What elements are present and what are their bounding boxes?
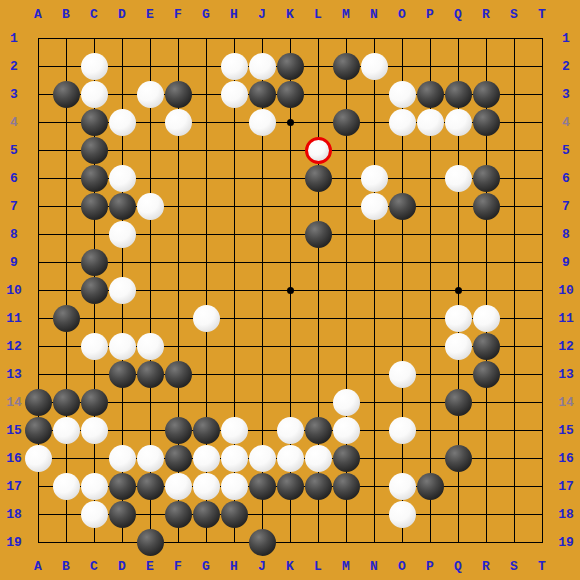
point-O2[interactable] xyxy=(388,52,416,80)
point-R3[interactable] xyxy=(472,80,500,108)
point-S13[interactable] xyxy=(500,360,528,388)
point-G9[interactable] xyxy=(192,248,220,276)
point-P6[interactable] xyxy=(416,164,444,192)
point-A17[interactable] xyxy=(24,472,52,500)
point-L18[interactable] xyxy=(304,500,332,528)
point-S4[interactable] xyxy=(500,108,528,136)
point-A1[interactable] xyxy=(24,24,52,52)
point-H12[interactable] xyxy=(220,332,248,360)
point-E5[interactable] xyxy=(136,136,164,164)
point-D15[interactable] xyxy=(108,416,136,444)
point-O15[interactable] xyxy=(388,416,416,444)
point-S17[interactable] xyxy=(500,472,528,500)
point-S6[interactable] xyxy=(500,164,528,192)
point-A16[interactable] xyxy=(24,444,52,472)
point-T4[interactable] xyxy=(528,108,556,136)
point-J13[interactable] xyxy=(248,360,276,388)
point-E8[interactable] xyxy=(136,220,164,248)
point-A4[interactable] xyxy=(24,108,52,136)
point-A11[interactable] xyxy=(24,304,52,332)
point-K16[interactable] xyxy=(276,444,304,472)
point-S14[interactable] xyxy=(500,388,528,416)
point-C1[interactable] xyxy=(80,24,108,52)
point-P1[interactable] xyxy=(416,24,444,52)
point-F2[interactable] xyxy=(164,52,192,80)
point-L7[interactable] xyxy=(304,192,332,220)
point-F13[interactable] xyxy=(164,360,192,388)
point-K19[interactable] xyxy=(276,528,304,556)
point-S19[interactable] xyxy=(500,528,528,556)
point-N16[interactable] xyxy=(360,444,388,472)
point-C3[interactable] xyxy=(80,80,108,108)
point-L14[interactable] xyxy=(304,388,332,416)
point-P15[interactable] xyxy=(416,416,444,444)
point-F1[interactable] xyxy=(164,24,192,52)
point-R18[interactable] xyxy=(472,500,500,528)
point-Q5[interactable] xyxy=(444,136,472,164)
point-M13[interactable] xyxy=(332,360,360,388)
point-M7[interactable] xyxy=(332,192,360,220)
point-Q17[interactable] xyxy=(444,472,472,500)
point-O10[interactable] xyxy=(388,276,416,304)
point-M12[interactable] xyxy=(332,332,360,360)
point-T3[interactable] xyxy=(528,80,556,108)
point-K14[interactable] xyxy=(276,388,304,416)
point-C10[interactable] xyxy=(80,276,108,304)
point-G2[interactable] xyxy=(192,52,220,80)
point-E4[interactable] xyxy=(136,108,164,136)
point-E18[interactable] xyxy=(136,500,164,528)
point-S16[interactable] xyxy=(500,444,528,472)
point-G10[interactable] xyxy=(192,276,220,304)
point-A19[interactable] xyxy=(24,528,52,556)
point-H2[interactable] xyxy=(220,52,248,80)
point-T1[interactable] xyxy=(528,24,556,52)
point-K13[interactable] xyxy=(276,360,304,388)
point-R4[interactable] xyxy=(472,108,500,136)
point-A13[interactable] xyxy=(24,360,52,388)
point-M17[interactable] xyxy=(332,472,360,500)
point-O1[interactable] xyxy=(388,24,416,52)
point-Q1[interactable] xyxy=(444,24,472,52)
point-M15[interactable] xyxy=(332,416,360,444)
point-A2[interactable] xyxy=(24,52,52,80)
point-D17[interactable] xyxy=(108,472,136,500)
point-O12[interactable] xyxy=(388,332,416,360)
point-K5[interactable] xyxy=(276,136,304,164)
point-N5[interactable] xyxy=(360,136,388,164)
point-R14[interactable] xyxy=(472,388,500,416)
point-M6[interactable] xyxy=(332,164,360,192)
point-D4[interactable] xyxy=(108,108,136,136)
point-F8[interactable] xyxy=(164,220,192,248)
point-F7[interactable] xyxy=(164,192,192,220)
point-B2[interactable] xyxy=(52,52,80,80)
point-L1[interactable] xyxy=(304,24,332,52)
point-B19[interactable] xyxy=(52,528,80,556)
point-J6[interactable] xyxy=(248,164,276,192)
point-J8[interactable] xyxy=(248,220,276,248)
point-H3[interactable] xyxy=(220,80,248,108)
point-M11[interactable] xyxy=(332,304,360,332)
point-E14[interactable] xyxy=(136,388,164,416)
point-K7[interactable] xyxy=(276,192,304,220)
point-O4[interactable] xyxy=(388,108,416,136)
point-H4[interactable] xyxy=(220,108,248,136)
point-J2[interactable] xyxy=(248,52,276,80)
point-B15[interactable] xyxy=(52,416,80,444)
point-E12[interactable] xyxy=(136,332,164,360)
point-R7[interactable] xyxy=(472,192,500,220)
point-N19[interactable] xyxy=(360,528,388,556)
point-G16[interactable] xyxy=(192,444,220,472)
point-R12[interactable] xyxy=(472,332,500,360)
point-F16[interactable] xyxy=(164,444,192,472)
point-Q8[interactable] xyxy=(444,220,472,248)
point-F17[interactable] xyxy=(164,472,192,500)
point-Q2[interactable] xyxy=(444,52,472,80)
point-G7[interactable] xyxy=(192,192,220,220)
point-D9[interactable] xyxy=(108,248,136,276)
point-N1[interactable] xyxy=(360,24,388,52)
point-N13[interactable] xyxy=(360,360,388,388)
point-T13[interactable] xyxy=(528,360,556,388)
point-L10[interactable] xyxy=(304,276,332,304)
point-D3[interactable] xyxy=(108,80,136,108)
point-J1[interactable] xyxy=(248,24,276,52)
point-S8[interactable] xyxy=(500,220,528,248)
point-F5[interactable] xyxy=(164,136,192,164)
point-N17[interactable] xyxy=(360,472,388,500)
point-G15[interactable] xyxy=(192,416,220,444)
point-M16[interactable] xyxy=(332,444,360,472)
point-M2[interactable] xyxy=(332,52,360,80)
point-F18[interactable] xyxy=(164,500,192,528)
point-S3[interactable] xyxy=(500,80,528,108)
point-K9[interactable] xyxy=(276,248,304,276)
point-N15[interactable] xyxy=(360,416,388,444)
point-R13[interactable] xyxy=(472,360,500,388)
point-H8[interactable] xyxy=(220,220,248,248)
point-T15[interactable] xyxy=(528,416,556,444)
point-K8[interactable] xyxy=(276,220,304,248)
point-D12[interactable] xyxy=(108,332,136,360)
point-N14[interactable] xyxy=(360,388,388,416)
point-L17[interactable] xyxy=(304,472,332,500)
point-R1[interactable] xyxy=(472,24,500,52)
point-C15[interactable] xyxy=(80,416,108,444)
point-B5[interactable] xyxy=(52,136,80,164)
point-F3[interactable] xyxy=(164,80,192,108)
point-H16[interactable] xyxy=(220,444,248,472)
point-S9[interactable] xyxy=(500,248,528,276)
point-Q7[interactable] xyxy=(444,192,472,220)
point-A8[interactable] xyxy=(24,220,52,248)
point-Q4[interactable] xyxy=(444,108,472,136)
point-G5[interactable] xyxy=(192,136,220,164)
point-O17[interactable] xyxy=(388,472,416,500)
point-L6[interactable] xyxy=(304,164,332,192)
point-P4[interactable] xyxy=(416,108,444,136)
point-L11[interactable] xyxy=(304,304,332,332)
point-R16[interactable] xyxy=(472,444,500,472)
point-K17[interactable] xyxy=(276,472,304,500)
point-J14[interactable] xyxy=(248,388,276,416)
point-K11[interactable] xyxy=(276,304,304,332)
point-A5[interactable] xyxy=(24,136,52,164)
point-L4[interactable] xyxy=(304,108,332,136)
point-C14[interactable] xyxy=(80,388,108,416)
point-Q15[interactable] xyxy=(444,416,472,444)
point-S2[interactable] xyxy=(500,52,528,80)
point-M4[interactable] xyxy=(332,108,360,136)
point-O14[interactable] xyxy=(388,388,416,416)
point-J10[interactable] xyxy=(248,276,276,304)
point-Q10[interactable] xyxy=(444,276,472,304)
point-H15[interactable] xyxy=(220,416,248,444)
point-O8[interactable] xyxy=(388,220,416,248)
point-F4[interactable] xyxy=(164,108,192,136)
point-O11[interactable] xyxy=(388,304,416,332)
point-N10[interactable] xyxy=(360,276,388,304)
point-J9[interactable] xyxy=(248,248,276,276)
point-J12[interactable] xyxy=(248,332,276,360)
point-D5[interactable] xyxy=(108,136,136,164)
point-B9[interactable] xyxy=(52,248,80,276)
point-A14[interactable] xyxy=(24,388,52,416)
point-O5[interactable] xyxy=(388,136,416,164)
point-D2[interactable] xyxy=(108,52,136,80)
point-C17[interactable] xyxy=(80,472,108,500)
point-S11[interactable] xyxy=(500,304,528,332)
point-Q18[interactable] xyxy=(444,500,472,528)
point-S1[interactable] xyxy=(500,24,528,52)
point-H19[interactable] xyxy=(220,528,248,556)
point-L9[interactable] xyxy=(304,248,332,276)
point-H6[interactable] xyxy=(220,164,248,192)
point-D14[interactable] xyxy=(108,388,136,416)
point-A6[interactable] xyxy=(24,164,52,192)
point-E19[interactable] xyxy=(136,528,164,556)
point-N18[interactable] xyxy=(360,500,388,528)
point-B16[interactable] xyxy=(52,444,80,472)
point-K15[interactable] xyxy=(276,416,304,444)
point-P5[interactable] xyxy=(416,136,444,164)
point-P12[interactable] xyxy=(416,332,444,360)
point-J4[interactable] xyxy=(248,108,276,136)
point-D16[interactable] xyxy=(108,444,136,472)
point-F14[interactable] xyxy=(164,388,192,416)
point-B14[interactable] xyxy=(52,388,80,416)
point-H11[interactable] xyxy=(220,304,248,332)
point-K12[interactable] xyxy=(276,332,304,360)
point-J3[interactable] xyxy=(248,80,276,108)
point-N9[interactable] xyxy=(360,248,388,276)
point-D13[interactable] xyxy=(108,360,136,388)
point-Q19[interactable] xyxy=(444,528,472,556)
point-G18[interactable] xyxy=(192,500,220,528)
point-R5[interactable] xyxy=(472,136,500,164)
point-B17[interactable] xyxy=(52,472,80,500)
point-F6[interactable] xyxy=(164,164,192,192)
point-M18[interactable] xyxy=(332,500,360,528)
point-A10[interactable] xyxy=(24,276,52,304)
point-M3[interactable] xyxy=(332,80,360,108)
point-L2[interactable] xyxy=(304,52,332,80)
point-P18[interactable] xyxy=(416,500,444,528)
point-N8[interactable] xyxy=(360,220,388,248)
point-T9[interactable] xyxy=(528,248,556,276)
point-R9[interactable] xyxy=(472,248,500,276)
point-E1[interactable] xyxy=(136,24,164,52)
point-T2[interactable] xyxy=(528,52,556,80)
point-Q6[interactable] xyxy=(444,164,472,192)
point-T10[interactable] xyxy=(528,276,556,304)
point-S7[interactable] xyxy=(500,192,528,220)
point-Q11[interactable] xyxy=(444,304,472,332)
point-F19[interactable] xyxy=(164,528,192,556)
point-G4[interactable] xyxy=(192,108,220,136)
point-D11[interactable] xyxy=(108,304,136,332)
point-K6[interactable] xyxy=(276,164,304,192)
point-B18[interactable] xyxy=(52,500,80,528)
point-N2[interactable] xyxy=(360,52,388,80)
point-D10[interactable] xyxy=(108,276,136,304)
point-M9[interactable] xyxy=(332,248,360,276)
point-R10[interactable] xyxy=(472,276,500,304)
point-O3[interactable] xyxy=(388,80,416,108)
point-J18[interactable] xyxy=(248,500,276,528)
point-Q14[interactable] xyxy=(444,388,472,416)
point-M19[interactable] xyxy=(332,528,360,556)
point-E7[interactable] xyxy=(136,192,164,220)
point-D6[interactable] xyxy=(108,164,136,192)
point-N3[interactable] xyxy=(360,80,388,108)
point-G3[interactable] xyxy=(192,80,220,108)
point-K4[interactable] xyxy=(276,108,304,136)
point-B13[interactable] xyxy=(52,360,80,388)
point-C5[interactable] xyxy=(80,136,108,164)
point-L15[interactable] xyxy=(304,416,332,444)
point-K18[interactable] xyxy=(276,500,304,528)
point-G8[interactable] xyxy=(192,220,220,248)
point-M8[interactable] xyxy=(332,220,360,248)
point-B6[interactable] xyxy=(52,164,80,192)
point-T19[interactable] xyxy=(528,528,556,556)
point-P7[interactable] xyxy=(416,192,444,220)
point-G11[interactable] xyxy=(192,304,220,332)
point-C4[interactable] xyxy=(80,108,108,136)
point-A12[interactable] xyxy=(24,332,52,360)
point-A7[interactable] xyxy=(24,192,52,220)
point-R19[interactable] xyxy=(472,528,500,556)
point-G17[interactable] xyxy=(192,472,220,500)
point-R15[interactable] xyxy=(472,416,500,444)
point-J19[interactable] xyxy=(248,528,276,556)
point-T12[interactable] xyxy=(528,332,556,360)
point-P14[interactable] xyxy=(416,388,444,416)
point-G19[interactable] xyxy=(192,528,220,556)
point-A3[interactable] xyxy=(24,80,52,108)
point-J17[interactable] xyxy=(248,472,276,500)
point-P16[interactable] xyxy=(416,444,444,472)
point-N4[interactable] xyxy=(360,108,388,136)
point-S18[interactable] xyxy=(500,500,528,528)
point-Q3[interactable] xyxy=(444,80,472,108)
point-C2[interactable] xyxy=(80,52,108,80)
point-C19[interactable] xyxy=(80,528,108,556)
point-A9[interactable] xyxy=(24,248,52,276)
point-K3[interactable] xyxy=(276,80,304,108)
point-T16[interactable] xyxy=(528,444,556,472)
point-G14[interactable] xyxy=(192,388,220,416)
point-L12[interactable] xyxy=(304,332,332,360)
point-L3[interactable] xyxy=(304,80,332,108)
point-C6[interactable] xyxy=(80,164,108,192)
point-L8[interactable] xyxy=(304,220,332,248)
point-L5[interactable] xyxy=(304,136,332,164)
point-H14[interactable] xyxy=(220,388,248,416)
point-H17[interactable] xyxy=(220,472,248,500)
point-B3[interactable] xyxy=(52,80,80,108)
point-P13[interactable] xyxy=(416,360,444,388)
point-S15[interactable] xyxy=(500,416,528,444)
point-D1[interactable] xyxy=(108,24,136,52)
point-O13[interactable] xyxy=(388,360,416,388)
point-H7[interactable] xyxy=(220,192,248,220)
point-C7[interactable] xyxy=(80,192,108,220)
point-Q9[interactable] xyxy=(444,248,472,276)
point-C16[interactable] xyxy=(80,444,108,472)
point-R6[interactable] xyxy=(472,164,500,192)
point-E17[interactable] xyxy=(136,472,164,500)
point-S5[interactable] xyxy=(500,136,528,164)
point-M1[interactable] xyxy=(332,24,360,52)
point-J15[interactable] xyxy=(248,416,276,444)
point-B4[interactable] xyxy=(52,108,80,136)
point-Q12[interactable] xyxy=(444,332,472,360)
point-B8[interactable] xyxy=(52,220,80,248)
point-N6[interactable] xyxy=(360,164,388,192)
point-J5[interactable] xyxy=(248,136,276,164)
point-T5[interactable] xyxy=(528,136,556,164)
point-E3[interactable] xyxy=(136,80,164,108)
point-J16[interactable] xyxy=(248,444,276,472)
point-C13[interactable] xyxy=(80,360,108,388)
point-F10[interactable] xyxy=(164,276,192,304)
point-F11[interactable] xyxy=(164,304,192,332)
point-O9[interactable] xyxy=(388,248,416,276)
point-H1[interactable] xyxy=(220,24,248,52)
point-E11[interactable] xyxy=(136,304,164,332)
point-P17[interactable] xyxy=(416,472,444,500)
point-P9[interactable] xyxy=(416,248,444,276)
point-F12[interactable] xyxy=(164,332,192,360)
point-S12[interactable] xyxy=(500,332,528,360)
point-B10[interactable] xyxy=(52,276,80,304)
point-A15[interactable] xyxy=(24,416,52,444)
point-E2[interactable] xyxy=(136,52,164,80)
point-M14[interactable] xyxy=(332,388,360,416)
point-T11[interactable] xyxy=(528,304,556,332)
point-E15[interactable] xyxy=(136,416,164,444)
point-T14[interactable] xyxy=(528,388,556,416)
point-J11[interactable] xyxy=(248,304,276,332)
point-T7[interactable] xyxy=(528,192,556,220)
point-L13[interactable] xyxy=(304,360,332,388)
point-C11[interactable] xyxy=(80,304,108,332)
point-P11[interactable] xyxy=(416,304,444,332)
